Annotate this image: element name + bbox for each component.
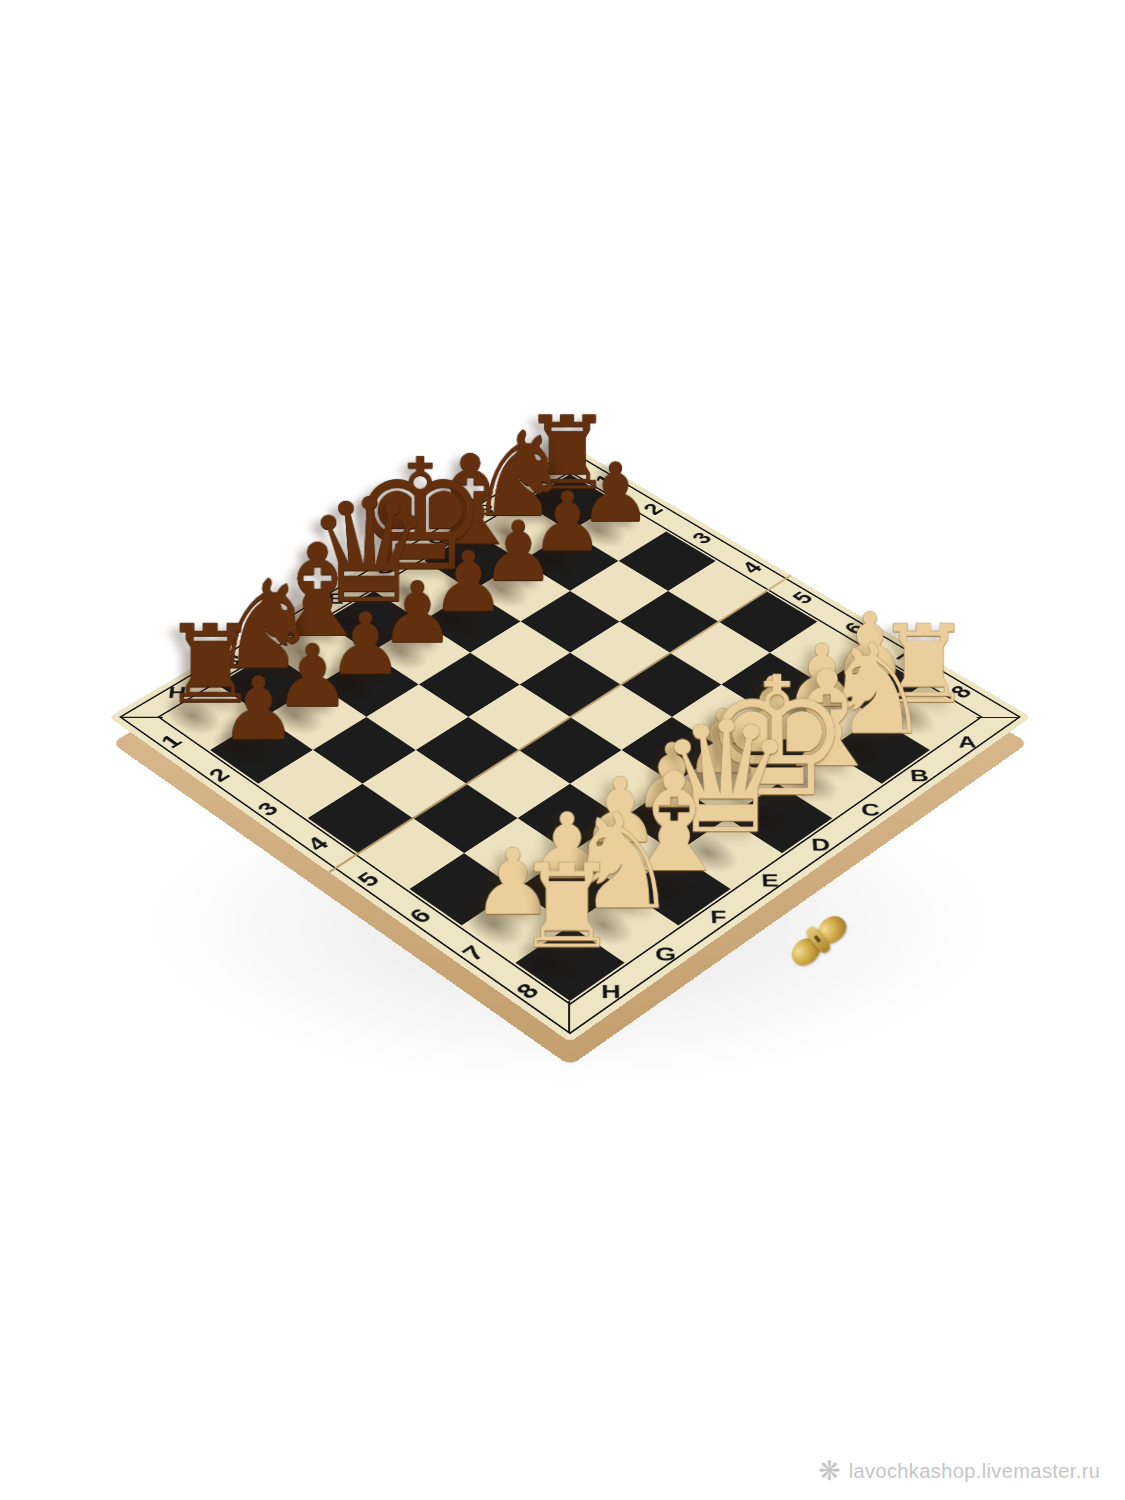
watermark: ❋ lavochkashop.livemaster.ru xyxy=(818,1458,1100,1485)
watermark-text: lavochkashop.livemaster.ru xyxy=(849,1460,1101,1483)
corner-line xyxy=(568,452,570,475)
square-c5 xyxy=(620,653,721,717)
product-photo: ♜♟♟♜♞♟♟♞♝♟♟♝♚♟♟♚♛♟♟♛♝♟♟♝♞♟♟♞♜♟♟♜ 1122334… xyxy=(0,0,1125,1500)
flower-logo-icon: ❋ xyxy=(818,1458,841,1485)
